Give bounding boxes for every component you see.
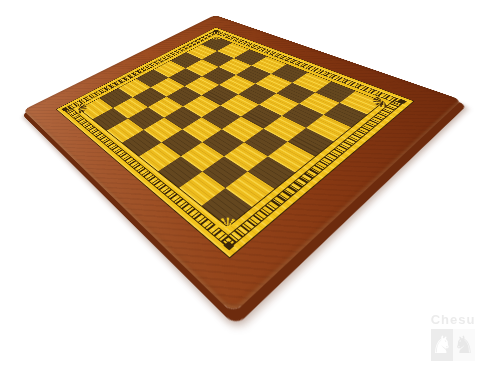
- wooden-frame: [23, 15, 462, 314]
- chess-board-photo: Chesu ♞ ♞: [0, 0, 500, 373]
- knight-icon: ♞: [453, 329, 475, 361]
- watermark-text: Chesu: [418, 312, 488, 327]
- knight-icon: ♞: [431, 329, 453, 361]
- watermark-logo: ♞ ♞: [431, 329, 475, 361]
- chess-board: [23, 15, 462, 314]
- watermark: Chesu ♞ ♞: [418, 312, 488, 361]
